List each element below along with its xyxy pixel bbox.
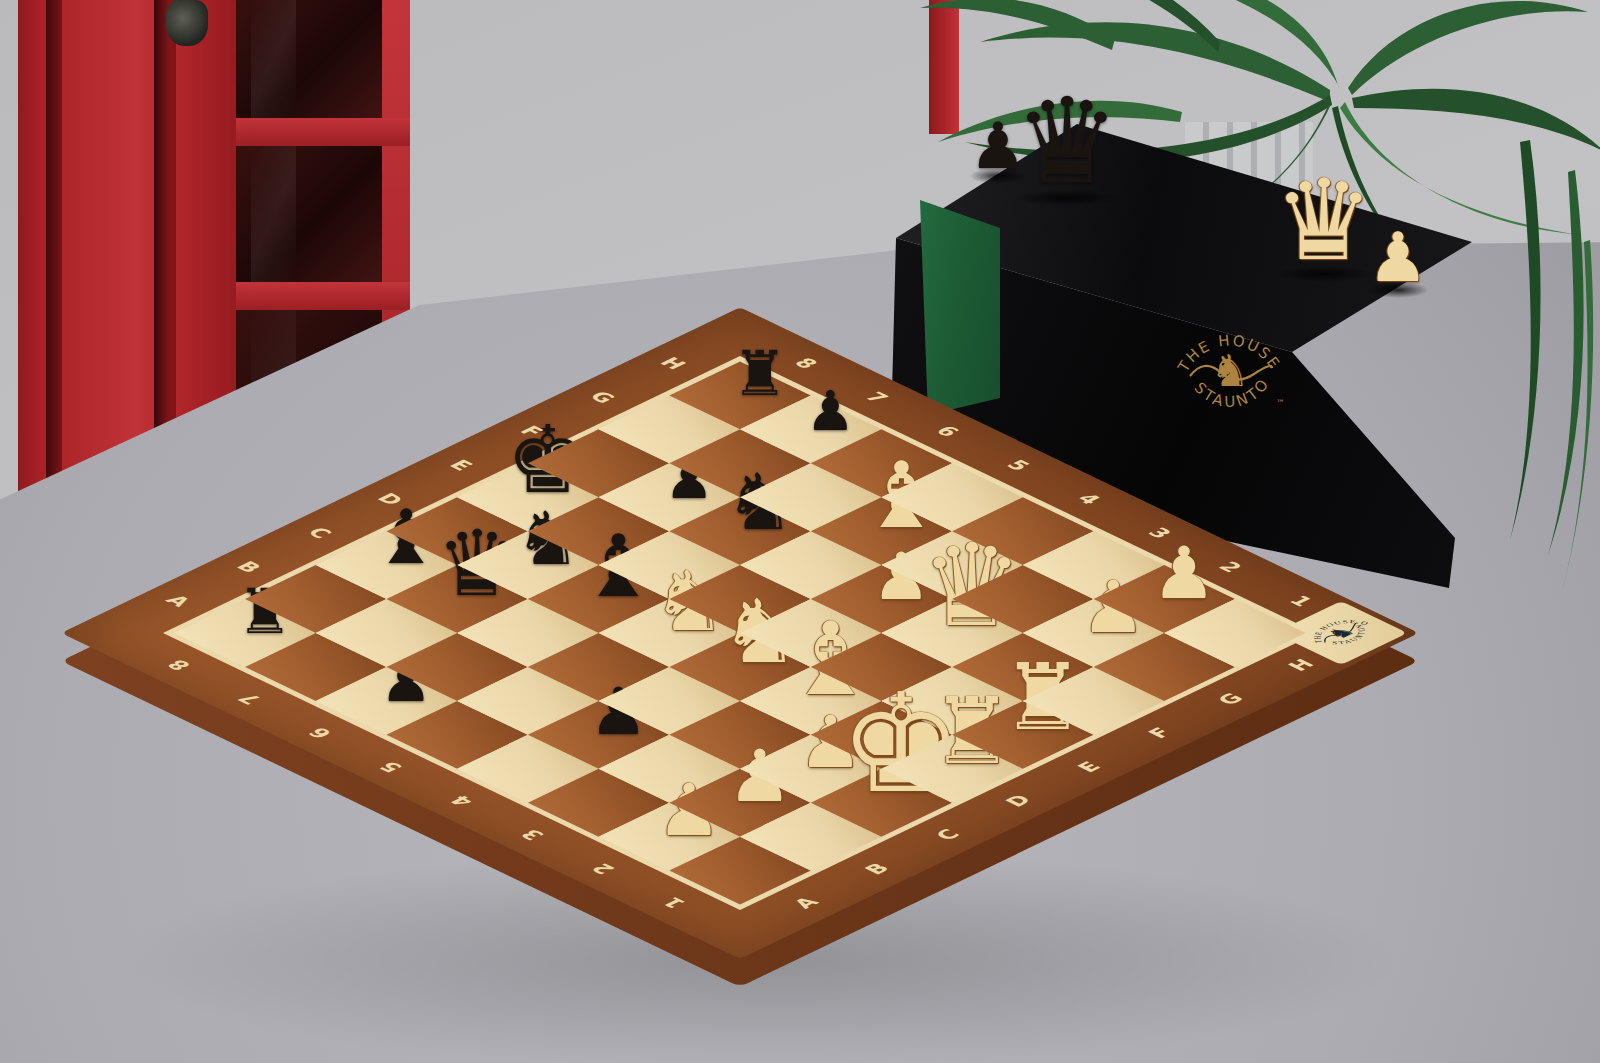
label-rank-right-2: 2 (1213, 559, 1248, 576)
label-file-bottom-C: C (930, 826, 965, 843)
label-file-bottom-B: B (859, 860, 895, 877)
label-file-top-C: C (302, 525, 337, 542)
label-file-bottom-D: D (1000, 792, 1037, 810)
label-file-bottom-H: H (1283, 656, 1320, 674)
logo-knight-icon: ♞ (1210, 345, 1249, 396)
label-rank-right-6: 6 (931, 423, 966, 440)
label-file-top-B: B (231, 559, 267, 576)
label-rank-right-5: 5 (1001, 457, 1036, 474)
label-rank-left-3: 3 (515, 826, 550, 843)
label-rank-left-6: 6 (303, 724, 338, 741)
label-rank-left-4: 4 (444, 792, 479, 809)
label-file-bottom-F: F (1143, 725, 1177, 742)
label-rank-left-1: 1 (656, 894, 691, 911)
label-rank-right-7: 7 (860, 389, 895, 406)
label-rank-left-2: 2 (585, 860, 620, 877)
label-rank-left-8: 8 (161, 657, 196, 674)
palm-frond (1440, 40, 1600, 660)
piece-white-pawn-h2[interactable]: ♟ (1152, 537, 1217, 609)
label-file-top-E: E (444, 457, 478, 474)
label-rank-right-1: 1 (1284, 593, 1319, 610)
box-logo: THE HOUSE OF STAUNTON ♞ ™ (1168, 310, 1292, 434)
svg-text:™: ™ (1276, 398, 1285, 408)
label-rank-right-8: 8 (789, 355, 824, 372)
label-file-bottom-G: G (1212, 690, 1249, 708)
label-rank-left-5: 5 (373, 758, 408, 775)
piece-black-pawn-h7[interactable]: ♟ (806, 384, 855, 439)
label-rank-right-4: 4 (1072, 491, 1107, 508)
scene: THE HOUSE OF STAUNTON ♞ ™ ♜♝♚♜♛♞♟♟♟♝♞♞♝♟… (0, 0, 1600, 1063)
cabinet-knob[interactable] (166, 0, 208, 46)
label-file-top-A: A (160, 592, 196, 609)
label-rank-left-7: 7 (232, 691, 267, 708)
label-file-top-G: G (584, 389, 621, 407)
label-file-bottom-A: A (788, 894, 824, 911)
label-file-top-H: H (655, 355, 692, 373)
piece-black-rook-h8[interactable]: ♜ (732, 343, 788, 405)
label-file-bottom-E: E (1072, 758, 1106, 775)
